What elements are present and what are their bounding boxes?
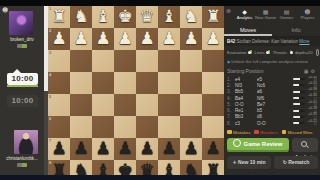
move-number: 6. [227, 108, 235, 113]
square-d6[interactable] [136, 116, 158, 138]
square-d3[interactable] [136, 50, 158, 72]
expand-icon[interactable]: ▣ [304, 68, 311, 74]
toggle-threats-label: Threats [273, 50, 287, 55]
white-move[interactable]: Bb3 [235, 114, 257, 119]
square-g4[interactable] [70, 72, 92, 94]
blunder-icon [254, 130, 259, 135]
move-row-8: 8.c3O-O+0.2215 [227, 120, 317, 126]
eval-mini-bar [293, 110, 305, 112]
badge-blunders[interactable]: Blunders [254, 130, 277, 135]
square-e7[interactable]: ♟ [114, 138, 136, 160]
white-queen[interactable]: ♛ [136, 6, 158, 28]
opening-code: B42 [227, 39, 235, 44]
move-number: 1. [227, 77, 235, 82]
square-h3[interactable]: 3 [48, 50, 70, 72]
subtab-info[interactable]: Info [272, 25, 320, 36]
square-b2[interactable]: ♟ [180, 28, 202, 50]
toggle-lines[interactable] [268, 50, 270, 54]
clock-active: 10:00 [7, 73, 38, 85]
player-bottom-flag-badge [17, 163, 27, 167]
square-h7[interactable]: 7♟ [48, 138, 70, 160]
square-f7[interactable]: ♟ [92, 138, 114, 160]
black-move[interactable]: O-O [257, 121, 279, 126]
square-g5[interactable] [70, 94, 92, 116]
player-bottom-name[interactable]: christanlombk... [0, 156, 44, 161]
black-pawn[interactable]: ♟ [136, 138, 158, 160]
moves-header: Starting Position ▣⚙ [227, 67, 317, 75]
promo-icon: ◈ [227, 59, 230, 64]
square-b3[interactable] [180, 50, 202, 72]
toggle-lines-label: Lines [255, 50, 265, 55]
tab-analysis[interactable]: ◆↗ Analysis [234, 8, 255, 24]
square-c5[interactable] [158, 94, 180, 116]
games-tab-icon: ▤ [276, 8, 297, 15]
eval-mini-bar [293, 116, 305, 118]
eval-mini-bar [293, 84, 305, 86]
square-f2[interactable]: ♟ [92, 28, 114, 50]
square-h4[interactable]: 4 [48, 72, 70, 94]
white-pawn[interactable]: ♟ [92, 28, 114, 50]
info-icon[interactable]: i [316, 49, 319, 56]
square-h6[interactable]: 6 [48, 116, 70, 138]
analysis-tab-icon: ◆ [234, 8, 255, 15]
square-b4[interactable] [180, 72, 202, 94]
white-pawn[interactable]: ♟ [136, 28, 158, 50]
white-pawn[interactable]: ♟ [158, 28, 180, 50]
square-a3[interactable] [202, 50, 224, 72]
black-pawn[interactable]: ♟ [92, 138, 114, 160]
eval-mini-bar [293, 97, 305, 99]
moves-list: 1.e4e5+0.32182.Nf3Nc6+0.25183.Bb5a6+0.38… [227, 76, 317, 127]
eval-mini-bar [293, 91, 305, 93]
black-pawn[interactable]: ♟ [70, 138, 92, 160]
square-h5[interactable]: 5 [48, 94, 70, 116]
square-c6[interactable] [158, 116, 180, 138]
square-a4[interactable] [202, 72, 224, 94]
white-move[interactable]: Ba4 [235, 96, 257, 101]
result-badges: Mistakes Blunders Missed Wins [227, 128, 319, 136]
black-pawn[interactable]: ♟ [48, 138, 70, 160]
move-number: 8. [227, 121, 235, 126]
move-eval: +0.2215 [279, 120, 317, 127]
white-move[interactable]: Re1 [235, 108, 257, 113]
tab-new-game[interactable]: ▦ New Game [255, 8, 276, 24]
player-top-flag-badge [17, 44, 27, 48]
white-rook[interactable]: ♜ [202, 6, 224, 28]
rank-label: 6 [49, 117, 51, 121]
white-rook[interactable]: ♜ [48, 6, 70, 28]
white-pawn[interactable]: ♟ [114, 28, 136, 50]
eval-mini-bar [293, 78, 305, 80]
chess-board[interactable]: 1♜♞♝♚♛♝♞♜2♟♟♟♟♟♟♟♟34567♟♟♟♟♟♟♟♟8h♜g♞f♝e♚… [48, 6, 224, 180]
square-h2[interactable]: 2♟ [48, 28, 70, 50]
player-top-name[interactable]: broken_driv [0, 37, 44, 42]
white-pawn[interactable]: ♟ [70, 28, 92, 50]
white-knight[interactable]: ♞ [180, 6, 202, 28]
black-pawn[interactable]: ♟ [202, 138, 224, 160]
square-c2[interactable]: ♟ [158, 28, 180, 50]
square-a2[interactable]: ♟ [202, 28, 224, 50]
white-king[interactable]: ♚ [114, 6, 136, 28]
badge-missed-wins[interactable]: Missed Wins [282, 130, 313, 135]
square-c3[interactable] [158, 50, 180, 72]
panel-close-icon[interactable]: ⊗ [226, 8, 231, 14]
tab-players[interactable]: ☻ Players [297, 8, 318, 24]
tab-games[interactable]: ▤ Games [276, 8, 297, 24]
square-g3[interactable] [70, 50, 92, 72]
badge-mistakes[interactable]: Mistakes [227, 130, 250, 135]
players-tab-icon: ☻ [297, 8, 318, 15]
square-e2[interactable]: ♟ [114, 28, 136, 50]
square-b1[interactable]: ♞ [180, 6, 202, 28]
square-e5[interactable] [114, 94, 136, 116]
square-f1[interactable]: ♝ [92, 6, 114, 28]
white-move[interactable]: Nf3 [235, 83, 257, 88]
panel-subtabs: Moves Info [224, 25, 320, 37]
square-f5[interactable] [92, 94, 114, 116]
game-review-button[interactable]: Game Review [227, 138, 289, 152]
avatar-player-top[interactable] [9, 11, 33, 35]
square-b7[interactable]: ♟ [180, 138, 202, 160]
white-move[interactable]: O-O [235, 102, 257, 107]
white-move[interactable]: c3 [235, 121, 257, 126]
rematch-button[interactable]: ↻ Rematch [274, 156, 318, 169]
square-f6[interactable] [92, 116, 114, 138]
analysis-panel: ⊗ ◆↗ Analysis ▦ New Game ▤ Games ☻ Playe… [224, 6, 320, 175]
rank-label: 5 [49, 95, 51, 99]
white-move[interactable]: Bb5 [235, 89, 257, 94]
move-number: 5. [227, 102, 235, 107]
square-d7[interactable]: ♟ [136, 138, 158, 160]
square-f3[interactable] [92, 50, 114, 72]
opening-name-row: B42 Sicilian Defense: Kan Variation More [224, 37, 320, 46]
square-a7[interactable]: ♟ [202, 138, 224, 160]
toggle-evaluation[interactable] [250, 50, 252, 54]
square-d5[interactable] [136, 94, 158, 116]
black-move[interactable]: Be7 [257, 102, 279, 107]
opening-name: Sicilian Defense: Kan Variation [237, 39, 298, 44]
eval-mini-bar [293, 122, 305, 124]
black-move[interactable]: e5 [257, 77, 279, 82]
square-g1[interactable]: ♞ [70, 6, 92, 28]
new-game-tab-icon: ▦ [255, 8, 276, 15]
new-game-button[interactable]: + New 10 min [227, 156, 271, 169]
black-pawn[interactable]: ♟ [158, 138, 180, 160]
opening-more-link[interactable]: More [299, 39, 309, 44]
move-number: 7. [227, 114, 235, 119]
square-a6[interactable] [202, 116, 224, 138]
white-pawn[interactable]: ♟ [180, 28, 202, 50]
move-number: 4. [227, 96, 235, 101]
white-bishop[interactable]: ♝ [92, 6, 114, 28]
panel-tabs: ◆↗ Analysis ▦ New Game ▤ Games ☻ Players [234, 8, 318, 24]
player-sidebar: ☻ broken_driv 10:00 10:00 christanlombk.… [0, 6, 44, 175]
gear-icon[interactable]: ⚙ [311, 68, 317, 74]
rank-label: 3 [49, 51, 51, 55]
black-pawn[interactable]: ♟ [114, 138, 136, 160]
app-window: ☻ broken_driv 10:00 10:00 christanlombk.… [0, 0, 320, 180]
square-c4[interactable] [158, 72, 180, 94]
black-move[interactable]: Nc6 [257, 83, 279, 88]
white-move[interactable]: e4 [235, 77, 257, 82]
clock-idle: 10:00 [7, 95, 38, 107]
square-d1[interactable]: ♛ [136, 6, 158, 28]
analysis-magnifier-icon [301, 141, 307, 147]
clock-time-strip [7, 85, 38, 87]
square-f4[interactable] [92, 72, 114, 94]
square-a5[interactable] [202, 94, 224, 116]
square-e6[interactable] [114, 116, 136, 138]
external-link-icon: ↗ [246, 15, 249, 20]
square-e3[interactable] [114, 50, 136, 72]
avatar-player-bottom[interactable] [14, 130, 38, 154]
square-a1[interactable]: ♜ [202, 6, 224, 28]
square-d4[interactable] [136, 72, 158, 94]
rank-label: 4 [49, 73, 51, 77]
square-e4[interactable] [114, 72, 136, 94]
black-move[interactable]: d6 [257, 114, 279, 119]
toggle-threats[interactable] [290, 50, 292, 54]
analysis-button[interactable]: Analysis [292, 138, 318, 152]
letterbox-top [0, 0, 320, 6]
square-g6[interactable] [70, 116, 92, 138]
square-d2[interactable]: ♟ [136, 28, 158, 50]
square-c1[interactable]: ♝ [158, 6, 180, 28]
eval-value: +0.2215 [306, 120, 317, 127]
black-pawn[interactable]: ♟ [180, 138, 202, 160]
black-move[interactable]: Nf6 [257, 96, 279, 101]
black-move[interactable]: a6 [257, 89, 279, 94]
toggle-evaluation-label: Evaluation [227, 50, 247, 55]
mistake-icon [227, 130, 232, 135]
analysis-toggles: Evaluation Lines Threats depth=20 i [227, 48, 319, 56]
analysis-promo-link[interactable]: ◈Unlock the full computer analysis revie… [227, 58, 319, 65]
viewer-icon: ☻ [2, 7, 8, 13]
white-bishop[interactable]: ♝ [158, 6, 180, 28]
eval-mini-bar [293, 103, 305, 105]
white-knight[interactable]: ♞ [70, 6, 92, 28]
black-move[interactable]: b5 [257, 108, 279, 113]
plus-icon: + [232, 159, 236, 165]
letterbox-bottom [0, 175, 320, 180]
subtab-moves[interactable]: Moves [224, 25, 272, 36]
white-pawn[interactable]: ♟ [48, 28, 70, 50]
white-pawn[interactable]: ♟ [202, 28, 224, 50]
square-e1[interactable]: ♚ [114, 6, 136, 28]
review-magnifier-icon [233, 139, 241, 147]
square-g2[interactable]: ♟ [70, 28, 92, 50]
square-c7[interactable]: ♟ [158, 138, 180, 160]
move-number: 2. [227, 83, 235, 88]
rematch-icon: ↻ [283, 159, 287, 165]
square-b5[interactable] [180, 94, 202, 116]
move-number: 3. [227, 89, 235, 94]
square-h1[interactable]: 1♜ [48, 6, 70, 28]
square-g7[interactable]: ♟ [70, 138, 92, 160]
square-b6[interactable] [180, 116, 202, 138]
missed-win-icon [282, 130, 287, 135]
depth-label: depth=20 [295, 50, 313, 55]
